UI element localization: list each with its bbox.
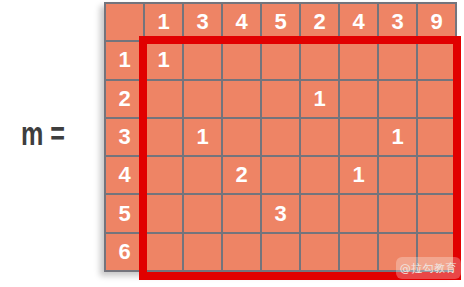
cell-r3c4 bbox=[262, 119, 299, 155]
cell-r6c6 bbox=[340, 234, 377, 270]
matrix-name-label: m = bbox=[21, 116, 65, 150]
cell-r4c8 bbox=[418, 157, 455, 193]
cell-r6c1 bbox=[145, 234, 182, 270]
cell-r6c3 bbox=[223, 234, 260, 270]
col-header-3: 4 bbox=[223, 4, 260, 40]
cell-r1c7 bbox=[379, 42, 416, 78]
cell-r1c1: 1 bbox=[145, 42, 182, 78]
cell-r1c2 bbox=[184, 42, 221, 78]
cell-r6c5 bbox=[301, 234, 338, 270]
cell-r2c7 bbox=[379, 81, 416, 117]
cell-r1c6 bbox=[340, 42, 377, 78]
cell-r5c2 bbox=[184, 195, 221, 231]
cell-r5c7 bbox=[379, 195, 416, 231]
cell-r6c4 bbox=[262, 234, 299, 270]
cell-r3c6 bbox=[340, 119, 377, 155]
cell-r2c1 bbox=[145, 81, 182, 117]
cell-r2c8 bbox=[418, 81, 455, 117]
matrix-grid: 134524391121311421536 bbox=[104, 2, 457, 272]
watermark-badge: @拉勾教育 bbox=[396, 257, 461, 279]
cell-r5c1 bbox=[145, 195, 182, 231]
row-header-2: 2 bbox=[106, 81, 143, 117]
cell-r3c2: 1 bbox=[184, 119, 221, 155]
cell-r6c2 bbox=[184, 234, 221, 270]
cell-r4c4 bbox=[262, 157, 299, 193]
cell-r5c3 bbox=[223, 195, 260, 231]
row-header-1: 1 bbox=[106, 42, 143, 78]
col-header-2: 3 bbox=[184, 4, 221, 40]
row-header-6: 6 bbox=[106, 234, 143, 270]
col-header-8: 9 bbox=[418, 4, 455, 40]
cell-r1c3 bbox=[223, 42, 260, 78]
sparse-matrix-figure: m = 134524391121311421536 @拉勾教育 bbox=[0, 0, 464, 287]
cell-r5c8 bbox=[418, 195, 455, 231]
cell-r2c5: 1 bbox=[301, 81, 338, 117]
cell-r1c8 bbox=[418, 42, 455, 78]
cell-r2c2 bbox=[184, 81, 221, 117]
cell-r3c3 bbox=[223, 119, 260, 155]
cell-r4c6: 1 bbox=[340, 157, 377, 193]
col-header-5: 2 bbox=[301, 4, 338, 40]
cell-r2c6 bbox=[340, 81, 377, 117]
cell-r4c1 bbox=[145, 157, 182, 193]
col-header-6: 4 bbox=[340, 4, 377, 40]
cell-r1c4 bbox=[262, 42, 299, 78]
cell-r3c1 bbox=[145, 119, 182, 155]
cell-r3c8 bbox=[418, 119, 455, 155]
cell-r4c2 bbox=[184, 157, 221, 193]
cell-r5c4: 3 bbox=[262, 195, 299, 231]
cell-r1c5 bbox=[301, 42, 338, 78]
col-header-1: 1 bbox=[145, 4, 182, 40]
cell-r2c3 bbox=[223, 81, 260, 117]
cell-r3c5 bbox=[301, 119, 338, 155]
row-header-4: 4 bbox=[106, 157, 143, 193]
col-header-7: 3 bbox=[379, 4, 416, 40]
corner-cell bbox=[106, 4, 143, 40]
cell-r2c4 bbox=[262, 81, 299, 117]
cell-r4c7 bbox=[379, 157, 416, 193]
cell-r5c6 bbox=[340, 195, 377, 231]
row-header-3: 3 bbox=[106, 119, 143, 155]
cell-r4c5 bbox=[301, 157, 338, 193]
row-header-5: 5 bbox=[106, 195, 143, 231]
cell-r5c5 bbox=[301, 195, 338, 231]
col-header-4: 5 bbox=[262, 4, 299, 40]
cell-r3c7: 1 bbox=[379, 119, 416, 155]
cell-r4c3: 2 bbox=[223, 157, 260, 193]
